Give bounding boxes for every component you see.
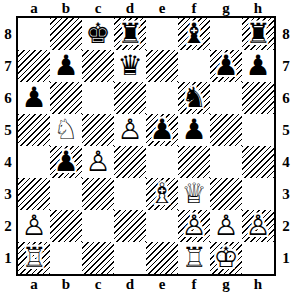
rank-label-6: 6 <box>278 82 294 114</box>
piece-black-rook: ♜ <box>117 18 142 50</box>
square-c7[interactable] <box>82 50 114 82</box>
rank-label-4: 4 <box>278 146 294 178</box>
piece-white-bishop: ♗ <box>149 178 174 210</box>
file-label-a: a <box>18 0 50 16</box>
square-h7[interactable]: ♟ <box>242 50 274 82</box>
square-d3[interactable] <box>114 178 146 210</box>
square-d1[interactable] <box>114 242 146 274</box>
piece-black-king: ♚ <box>85 18 110 50</box>
square-h3[interactable] <box>242 178 274 210</box>
square-f7[interactable] <box>178 50 210 82</box>
rank-label-1: 1 <box>0 242 16 274</box>
square-h8[interactable]: ♜ <box>242 18 274 50</box>
rank-label-4: 4 <box>0 146 16 178</box>
square-b4[interactable]: ♟ <box>50 146 82 178</box>
square-d4[interactable] <box>114 146 146 178</box>
square-h2[interactable]: ♙ <box>242 210 274 242</box>
square-a2[interactable]: ♙ <box>18 210 50 242</box>
square-f5[interactable]: ♟ <box>178 114 210 146</box>
piece-black-pawn: ♟ <box>53 50 78 82</box>
file-label-g: g <box>210 0 242 16</box>
square-h1[interactable] <box>242 242 274 274</box>
file-label-e: e <box>146 0 178 16</box>
file-label-b: b <box>50 0 82 16</box>
rank-label-1: 1 <box>278 242 294 274</box>
square-f6[interactable]: ♞ <box>178 82 210 114</box>
square-a3[interactable] <box>18 178 50 210</box>
piece-black-pawn: ♟ <box>213 50 238 82</box>
square-b2[interactable] <box>50 210 82 242</box>
square-c4[interactable]: ♙ <box>82 146 114 178</box>
piece-white-pawn: ♙ <box>245 210 270 242</box>
piece-white-rook: ♖ <box>21 242 46 274</box>
piece-white-pawn: ♙ <box>117 114 142 146</box>
piece-black-bishop: ♝ <box>181 18 206 50</box>
square-g4[interactable] <box>210 146 242 178</box>
file-label-c: c <box>82 276 114 292</box>
square-e1[interactable] <box>146 242 178 274</box>
rank-label-2: 2 <box>0 210 16 242</box>
square-a8[interactable] <box>18 18 50 50</box>
square-c1[interactable] <box>82 242 114 274</box>
rank-label-7: 7 <box>0 50 16 82</box>
square-h4[interactable] <box>242 146 274 178</box>
square-b1[interactable] <box>50 242 82 274</box>
square-f2[interactable]: ♙ <box>178 210 210 242</box>
file-label-a: a <box>18 276 50 292</box>
square-g2[interactable]: ♙ <box>210 210 242 242</box>
square-e3[interactable]: ♗ <box>146 178 178 210</box>
chess-diagram: abcdefgh 87654321 ♚♜♝♜♟♛♟♟♟♞♘♙♟♟♟♙♗♕♙♙♙♙… <box>0 0 294 294</box>
file-label-c: c <box>82 0 114 16</box>
rank-label-6: 6 <box>0 82 16 114</box>
file-label-f: f <box>178 276 210 292</box>
chess-board: ♚♜♝♜♟♛♟♟♟♞♘♙♟♟♟♙♗♕♙♙♙♙♖♖♔ <box>16 16 276 276</box>
square-b6[interactable] <box>50 82 82 114</box>
square-d6[interactable] <box>114 82 146 114</box>
piece-white-knight: ♘ <box>53 114 78 146</box>
file-labels-bottom: abcdefgh <box>18 276 274 292</box>
square-b3[interactable] <box>50 178 82 210</box>
square-c3[interactable] <box>82 178 114 210</box>
square-g3[interactable] <box>210 178 242 210</box>
square-a1[interactable]: ♖ <box>18 242 50 274</box>
square-f1[interactable]: ♖ <box>178 242 210 274</box>
file-label-h: h <box>242 0 274 16</box>
file-label-d: d <box>114 0 146 16</box>
square-a6[interactable]: ♟ <box>18 82 50 114</box>
piece-white-pawn: ♙ <box>21 210 46 242</box>
piece-black-pawn: ♟ <box>245 50 270 82</box>
square-g7[interactable]: ♟ <box>210 50 242 82</box>
rank-labels-right: 87654321 <box>278 18 294 274</box>
piece-white-pawn: ♙ <box>181 210 206 242</box>
square-d7[interactable]: ♛ <box>114 50 146 82</box>
square-g6[interactable] <box>210 82 242 114</box>
square-d5[interactable]: ♙ <box>114 114 146 146</box>
square-c2[interactable] <box>82 210 114 242</box>
file-label-e: e <box>146 276 178 292</box>
square-b8[interactable] <box>50 18 82 50</box>
file-label-b: b <box>50 276 82 292</box>
square-c6[interactable] <box>82 82 114 114</box>
rank-label-2: 2 <box>278 210 294 242</box>
piece-white-pawn: ♙ <box>213 210 238 242</box>
rank-label-5: 5 <box>0 114 16 146</box>
piece-white-queen: ♕ <box>181 178 206 210</box>
piece-black-rook: ♜ <box>245 18 270 50</box>
square-f8[interactable]: ♝ <box>178 18 210 50</box>
rank-label-8: 8 <box>278 18 294 50</box>
square-g5[interactable] <box>210 114 242 146</box>
piece-black-pawn: ♟ <box>181 114 206 146</box>
piece-white-pawn: ♙ <box>85 146 110 178</box>
square-e4[interactable] <box>146 146 178 178</box>
square-e6[interactable] <box>146 82 178 114</box>
square-f3[interactable]: ♕ <box>178 178 210 210</box>
rank-label-3: 3 <box>0 178 16 210</box>
square-d2[interactable] <box>114 210 146 242</box>
square-a4[interactable] <box>18 146 50 178</box>
square-a7[interactable] <box>18 50 50 82</box>
square-h5[interactable] <box>242 114 274 146</box>
square-g1[interactable]: ♔ <box>210 242 242 274</box>
square-f4[interactable] <box>178 146 210 178</box>
rank-labels-left: 87654321 <box>0 18 16 274</box>
rank-label-5: 5 <box>278 114 294 146</box>
rank-label-8: 8 <box>0 18 16 50</box>
piece-black-knight: ♞ <box>181 82 206 114</box>
file-label-d: d <box>114 276 146 292</box>
piece-black-queen: ♛ <box>117 50 142 82</box>
piece-black-pawn: ♟ <box>53 146 78 178</box>
rank-label-3: 3 <box>278 178 294 210</box>
square-e7[interactable] <box>146 50 178 82</box>
file-label-f: f <box>178 0 210 16</box>
square-c5[interactable] <box>82 114 114 146</box>
square-b7[interactable]: ♟ <box>50 50 82 82</box>
piece-white-rook: ♖ <box>181 242 206 274</box>
square-c8[interactable]: ♚ <box>82 18 114 50</box>
file-label-h: h <box>242 276 274 292</box>
square-d8[interactable]: ♜ <box>114 18 146 50</box>
square-a5[interactable] <box>18 114 50 146</box>
square-e8[interactable] <box>146 18 178 50</box>
file-label-g: g <box>210 276 242 292</box>
piece-black-pawn: ♟ <box>21 82 46 114</box>
file-labels-top: abcdefgh <box>18 0 274 16</box>
square-b5[interactable]: ♘ <box>50 114 82 146</box>
square-h6[interactable] <box>242 82 274 114</box>
piece-black-pawn: ♟ <box>149 114 174 146</box>
piece-white-king: ♔ <box>213 242 238 274</box>
square-e5[interactable]: ♟ <box>146 114 178 146</box>
square-g8[interactable] <box>210 18 242 50</box>
rank-label-7: 7 <box>278 50 294 82</box>
square-e2[interactable] <box>146 210 178 242</box>
